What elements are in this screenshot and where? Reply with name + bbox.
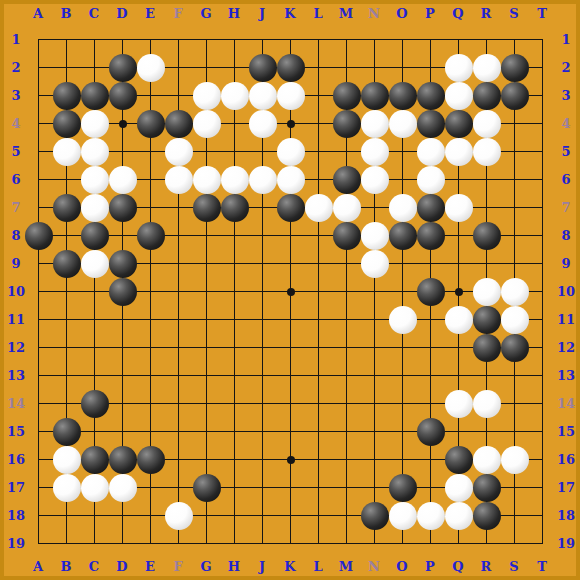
col-label-top-F: F: [173, 7, 182, 20]
row-label-right-4: 4: [561, 117, 570, 130]
row-label-right-13: 13: [557, 369, 575, 382]
white-stone-G6[interactable]: [193, 166, 221, 194]
black-stone-J2[interactable]: [249, 54, 277, 82]
black-stone-S12[interactable]: [501, 334, 529, 362]
col-label-top-L: L: [313, 7, 322, 20]
black-stone-R11[interactable]: [473, 306, 501, 334]
black-stone-C14[interactable]: [81, 390, 109, 418]
grid-line-row-13: [38, 375, 543, 376]
white-stone-E2[interactable]: [137, 54, 165, 82]
row-label-right-15: 15: [557, 425, 575, 438]
black-stone-H7[interactable]: [221, 194, 249, 222]
col-label-top-C: C: [89, 7, 99, 20]
col-label-top-Q: Q: [452, 7, 463, 20]
black-stone-B9[interactable]: [53, 250, 81, 278]
col-label-bottom-A: A: [33, 560, 43, 573]
white-stone-R5[interactable]: [473, 138, 501, 166]
row-label-left-3: 3: [11, 89, 20, 102]
row-label-left-6: 6: [11, 173, 20, 186]
black-stone-Q16[interactable]: [445, 446, 473, 474]
white-stone-Q17[interactable]: [445, 474, 473, 502]
black-stone-D2[interactable]: [109, 54, 137, 82]
row-label-right-5: 5: [561, 145, 570, 158]
black-stone-R17[interactable]: [473, 474, 501, 502]
white-stone-C9[interactable]: [81, 250, 109, 278]
black-stone-M4[interactable]: [333, 110, 361, 138]
col-label-bottom-N: N: [368, 560, 380, 573]
col-label-bottom-T: T: [537, 560, 547, 573]
black-stone-P10[interactable]: [417, 278, 445, 306]
black-stone-E4[interactable]: [137, 110, 165, 138]
row-label-left-1: 1: [11, 33, 20, 46]
white-stone-R2[interactable]: [473, 54, 501, 82]
black-stone-N3[interactable]: [361, 82, 389, 110]
star-point-K10: [287, 288, 295, 296]
black-stone-P15[interactable]: [417, 418, 445, 446]
row-label-right-17: 17: [557, 481, 575, 494]
white-stone-N5[interactable]: [361, 138, 389, 166]
white-stone-D6[interactable]: [109, 166, 137, 194]
black-stone-B4[interactable]: [53, 110, 81, 138]
col-label-top-H: H: [228, 7, 240, 20]
white-stone-O18[interactable]: [389, 502, 417, 530]
row-label-right-12: 12: [557, 341, 575, 354]
black-stone-M3[interactable]: [333, 82, 361, 110]
row-label-left-18: 18: [7, 509, 25, 522]
black-stone-O17[interactable]: [389, 474, 417, 502]
row-label-left-8: 8: [11, 229, 20, 242]
row-label-right-8: 8: [561, 229, 570, 242]
row-label-left-13: 13: [7, 369, 25, 382]
white-stone-Q3[interactable]: [445, 82, 473, 110]
col-label-bottom-E: E: [145, 560, 155, 573]
col-label-bottom-H: H: [228, 560, 240, 573]
black-stone-O8[interactable]: [389, 222, 417, 250]
black-stone-E16[interactable]: [137, 446, 165, 474]
row-label-left-4: 4: [11, 117, 20, 130]
col-label-top-M: M: [339, 7, 353, 20]
black-stone-D10[interactable]: [109, 278, 137, 306]
black-stone-R3[interactable]: [473, 82, 501, 110]
black-stone-M8[interactable]: [333, 222, 361, 250]
black-stone-P4[interactable]: [417, 110, 445, 138]
black-stone-K2[interactable]: [277, 54, 305, 82]
grid-line-col-T: [542, 39, 543, 544]
black-stone-D7[interactable]: [109, 194, 137, 222]
col-label-bottom-G: G: [200, 560, 211, 573]
white-stone-C7[interactable]: [81, 194, 109, 222]
black-stone-D16[interactable]: [109, 446, 137, 474]
col-label-top-J: J: [259, 7, 265, 20]
white-stone-J6[interactable]: [249, 166, 277, 194]
white-stone-C6[interactable]: [81, 166, 109, 194]
white-stone-P6[interactable]: [417, 166, 445, 194]
col-label-bottom-K: K: [284, 560, 295, 573]
black-stone-S3[interactable]: [501, 82, 529, 110]
white-stone-Q5[interactable]: [445, 138, 473, 166]
col-label-bottom-R: R: [481, 560, 492, 573]
col-label-top-S: S: [509, 7, 518, 20]
white-stone-R14[interactable]: [473, 390, 501, 418]
col-label-bottom-L: L: [313, 560, 322, 573]
row-label-right-3: 3: [561, 89, 570, 102]
black-stone-F4[interactable]: [165, 110, 193, 138]
row-label-left-14: 14: [7, 397, 25, 410]
white-stone-Q7[interactable]: [445, 194, 473, 222]
col-label-bottom-C: C: [89, 560, 99, 573]
white-stone-B5[interactable]: [53, 138, 81, 166]
white-stone-H6[interactable]: [221, 166, 249, 194]
row-label-left-17: 17: [7, 481, 25, 494]
black-stone-P3[interactable]: [417, 82, 445, 110]
white-stone-G3[interactable]: [193, 82, 221, 110]
grid-line-col-L: [318, 39, 319, 544]
col-label-bottom-F: F: [173, 560, 182, 573]
white-stone-O11[interactable]: [389, 306, 417, 334]
col-label-bottom-Q: Q: [452, 560, 463, 573]
row-label-left-5: 5: [11, 145, 20, 158]
black-stone-E8[interactable]: [137, 222, 165, 250]
star-point-K4: [287, 120, 295, 128]
col-label-bottom-S: S: [509, 560, 518, 573]
row-label-right-11: 11: [557, 313, 575, 326]
white-stone-C17[interactable]: [81, 474, 109, 502]
white-stone-Q11[interactable]: [445, 306, 473, 334]
black-stone-S2[interactable]: [501, 54, 529, 82]
black-stone-Q4[interactable]: [445, 110, 473, 138]
black-stone-K7[interactable]: [277, 194, 305, 222]
black-stone-D9[interactable]: [109, 250, 137, 278]
goban[interactable]: AA11BB22CC33DD44EE55FF66GG77HH88JJ99KK10…: [4, 4, 576, 576]
white-stone-R4[interactable]: [473, 110, 501, 138]
white-stone-G4[interactable]: [193, 110, 221, 138]
black-stone-R12[interactable]: [473, 334, 501, 362]
black-stone-C8[interactable]: [81, 222, 109, 250]
white-stone-J3[interactable]: [249, 82, 277, 110]
row-label-left-16: 16: [7, 453, 25, 466]
black-stone-G17[interactable]: [193, 474, 221, 502]
white-stone-L7[interactable]: [305, 194, 333, 222]
col-label-top-D: D: [116, 7, 127, 20]
black-stone-R8[interactable]: [473, 222, 501, 250]
black-stone-C3[interactable]: [81, 82, 109, 110]
white-stone-H3[interactable]: [221, 82, 249, 110]
white-stone-D17[interactable]: [109, 474, 137, 502]
white-stone-K6[interactable]: [277, 166, 305, 194]
col-label-top-B: B: [61, 7, 72, 20]
col-label-bottom-D: D: [116, 560, 127, 573]
black-stone-R18[interactable]: [473, 502, 501, 530]
row-label-right-2: 2: [561, 61, 570, 74]
row-label-right-10: 10: [557, 285, 575, 298]
black-stone-G7[interactable]: [193, 194, 221, 222]
white-stone-O7[interactable]: [389, 194, 417, 222]
white-stone-P5[interactable]: [417, 138, 445, 166]
row-label-left-10: 10: [7, 285, 25, 298]
col-label-bottom-M: M: [339, 560, 353, 573]
white-stone-Q18[interactable]: [445, 502, 473, 530]
col-label-bottom-O: O: [396, 560, 407, 573]
white-stone-Q2[interactable]: [445, 54, 473, 82]
white-stone-C5[interactable]: [81, 138, 109, 166]
white-stone-R16[interactable]: [473, 446, 501, 474]
black-stone-B15[interactable]: [53, 418, 81, 446]
white-stone-N9[interactable]: [361, 250, 389, 278]
col-label-bottom-P: P: [425, 560, 435, 573]
white-stone-S11[interactable]: [501, 306, 529, 334]
black-stone-N18[interactable]: [361, 502, 389, 530]
row-label-right-6: 6: [561, 173, 570, 186]
grid-line-row-19: [38, 543, 543, 544]
row-label-right-7: 7: [561, 201, 570, 214]
black-stone-B7[interactable]: [53, 194, 81, 222]
white-stone-F18[interactable]: [165, 502, 193, 530]
row-label-left-11: 11: [7, 313, 25, 326]
row-label-left-2: 2: [11, 61, 20, 74]
black-stone-A8[interactable]: [25, 222, 53, 250]
row-label-left-7: 7: [11, 201, 20, 214]
white-stone-C4[interactable]: [81, 110, 109, 138]
white-stone-Q14[interactable]: [445, 390, 473, 418]
white-stone-K5[interactable]: [277, 138, 305, 166]
white-stone-O4[interactable]: [389, 110, 417, 138]
star-point-Q10: [455, 288, 463, 296]
white-stone-K3[interactable]: [277, 82, 305, 110]
white-stone-F5[interactable]: [165, 138, 193, 166]
row-label-right-19: 19: [557, 537, 575, 550]
white-stone-M7[interactable]: [333, 194, 361, 222]
white-stone-N6[interactable]: [361, 166, 389, 194]
col-label-top-N: N: [368, 7, 380, 20]
row-label-right-16: 16: [557, 453, 575, 466]
col-label-top-T: T: [537, 7, 547, 20]
black-stone-C16[interactable]: [81, 446, 109, 474]
col-label-top-P: P: [425, 7, 435, 20]
black-stone-O3[interactable]: [389, 82, 417, 110]
black-stone-B3[interactable]: [53, 82, 81, 110]
col-label-bottom-B: B: [61, 560, 72, 573]
white-stone-B16[interactable]: [53, 446, 81, 474]
col-label-top-O: O: [396, 7, 407, 20]
white-stone-B17[interactable]: [53, 474, 81, 502]
white-stone-F6[interactable]: [165, 166, 193, 194]
white-stone-P18[interactable]: [417, 502, 445, 530]
row-label-right-1: 1: [561, 33, 570, 46]
white-stone-N4[interactable]: [361, 110, 389, 138]
col-label-top-A: A: [33, 7, 43, 20]
black-stone-M6[interactable]: [333, 166, 361, 194]
black-stone-P7[interactable]: [417, 194, 445, 222]
row-label-right-18: 18: [557, 509, 575, 522]
grid-line-row-15: [38, 431, 543, 432]
grid-line-row-12: [38, 347, 543, 348]
col-label-bottom-J: J: [259, 560, 265, 573]
col-label-top-R: R: [481, 7, 492, 20]
white-stone-J4[interactable]: [249, 110, 277, 138]
black-stone-P8[interactable]: [417, 222, 445, 250]
go-board-screenshot: AA11BB22CC33DD44EE55FF66GG77HH88JJ99KK10…: [0, 0, 580, 580]
black-stone-D3[interactable]: [109, 82, 137, 110]
star-point-D4: [119, 120, 127, 128]
row-label-left-15: 15: [7, 425, 25, 438]
col-label-top-G: G: [200, 7, 211, 20]
white-stone-N8[interactable]: [361, 222, 389, 250]
row-label-left-9: 9: [11, 257, 20, 270]
row-label-left-19: 19: [7, 537, 25, 550]
white-stone-S16[interactable]: [501, 446, 529, 474]
row-label-left-12: 12: [7, 341, 25, 354]
white-stone-S10[interactable]: [501, 278, 529, 306]
white-stone-R10[interactable]: [473, 278, 501, 306]
col-label-top-K: K: [284, 7, 295, 20]
col-label-top-E: E: [145, 7, 155, 20]
star-point-K16: [287, 456, 295, 464]
row-label-right-14: 14: [557, 397, 575, 410]
row-label-right-9: 9: [561, 257, 570, 270]
